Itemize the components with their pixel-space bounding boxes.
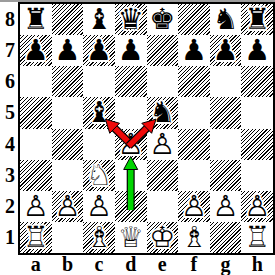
black-rook-a8[interactable]: ♜♜	[20, 4, 52, 35]
square-d8[interactable]: ♛♛	[115, 4, 147, 35]
square-b7[interactable]: ♟♟	[52, 35, 84, 66]
square-a4[interactable]	[20, 129, 52, 160]
square-e4[interactable]: ♟♙	[147, 129, 179, 160]
square-a5[interactable]	[20, 97, 52, 128]
square-d6[interactable]	[115, 66, 147, 97]
piece-glyph: ♕	[115, 222, 147, 253]
black-knight-g8[interactable]: ♞♞	[210, 4, 242, 35]
square-g2[interactable]: ♟♙	[210, 191, 242, 222]
square-c3[interactable]: ♞♘	[83, 160, 115, 191]
white-pawn-a2[interactable]: ♟♙	[20, 191, 52, 222]
square-a3[interactable]	[20, 160, 52, 191]
file-label-h: h	[241, 254, 273, 275]
square-h7[interactable]: ♟♟	[241, 35, 273, 66]
piece-glyph: ♙	[83, 191, 115, 222]
piece-glyph: ♟	[115, 35, 147, 66]
square-g5[interactable]	[210, 97, 242, 128]
square-d4[interactable]: ♟♙	[115, 129, 147, 160]
square-h2[interactable]: ♟♙	[241, 191, 273, 222]
piece-glyph: ♝	[83, 97, 115, 128]
black-queen-d8[interactable]: ♛♛	[115, 4, 147, 35]
white-pawn-h2[interactable]: ♟♙	[241, 191, 273, 222]
piece-glyph: ♜	[241, 4, 273, 35]
square-a6[interactable]	[20, 66, 52, 97]
square-d1[interactable]: ♛♕	[115, 222, 147, 253]
square-h3[interactable]	[241, 160, 273, 191]
piece-glyph: ♗	[178, 222, 210, 253]
black-pawn-b7[interactable]: ♟♟	[52, 35, 84, 66]
file-label-a: a	[20, 254, 52, 275]
white-bishop-c1[interactable]: ♝♗	[83, 222, 115, 253]
white-knight-c3[interactable]: ♞♘	[83, 160, 115, 191]
square-h5[interactable]	[241, 97, 273, 128]
square-a8[interactable]: ♜♜	[20, 4, 52, 35]
rank-label-5: 5	[0, 97, 16, 128]
file-label-b: b	[52, 254, 84, 275]
square-c7[interactable]: ♟♟	[83, 35, 115, 66]
piece-glyph: ♛	[115, 4, 147, 35]
piece-glyph: ♟	[178, 35, 210, 66]
square-e1[interactable]: ♚♔	[147, 222, 179, 253]
piece-glyph: ♞	[147, 97, 179, 128]
rank-label-1: 1	[0, 222, 16, 253]
square-e3[interactable]	[147, 160, 179, 191]
piece-glyph: ♙	[20, 191, 52, 222]
square-c6[interactable]	[83, 66, 115, 97]
piece-glyph: ♟	[83, 35, 115, 66]
square-f7[interactable]: ♟♟	[178, 35, 210, 66]
square-a1[interactable]: ♜♖	[20, 222, 52, 253]
square-b2[interactable]: ♟♙	[52, 191, 84, 222]
file-label-d: d	[115, 254, 147, 275]
piece-glyph: ♞	[210, 4, 242, 35]
square-h1[interactable]: ♜♖	[241, 222, 273, 253]
square-b4[interactable]	[52, 129, 84, 160]
square-h6[interactable]	[241, 66, 273, 97]
square-h4[interactable]	[241, 129, 273, 160]
file-label-g: g	[210, 254, 242, 275]
square-g8[interactable]: ♞♞	[210, 4, 242, 35]
piece-glyph: ♖	[20, 222, 52, 253]
square-c5[interactable]: ♝♝	[83, 97, 115, 128]
square-f6[interactable]	[178, 66, 210, 97]
square-e6[interactable]	[147, 66, 179, 97]
piece-glyph: ♙	[115, 129, 147, 160]
white-rook-h1[interactable]: ♜♖	[241, 222, 273, 253]
rank-label-7: 7	[0, 35, 16, 66]
piece-glyph: ♖	[241, 222, 273, 253]
black-pawn-g7[interactable]: ♟♟	[210, 35, 242, 66]
piece-glyph: ♟	[210, 35, 242, 66]
square-e7[interactable]	[147, 35, 179, 66]
white-bishop-f1[interactable]: ♝♗	[178, 222, 210, 253]
piece-glyph: ♟	[20, 35, 52, 66]
black-bishop-c8[interactable]: ♝♝	[83, 4, 115, 35]
square-f5[interactable]	[178, 97, 210, 128]
square-a7[interactable]: ♟♟	[20, 35, 52, 66]
white-pawn-d4[interactable]: ♟♙	[115, 129, 147, 160]
piece-glyph: ♟	[241, 35, 273, 66]
black-rook-h8[interactable]: ♜♜	[241, 4, 273, 35]
square-b6[interactable]	[52, 66, 84, 97]
square-b3[interactable]	[52, 160, 84, 191]
square-c2[interactable]: ♟♙	[83, 191, 115, 222]
white-king-e1[interactable]: ♚♔	[147, 222, 179, 253]
black-pawn-d7[interactable]: ♟♟	[115, 35, 147, 66]
piece-glyph: ♚	[147, 4, 179, 35]
black-pawn-f7[interactable]: ♟♟	[178, 35, 210, 66]
file-label-f: f	[178, 254, 210, 275]
black-pawn-a7[interactable]: ♟♟	[20, 35, 52, 66]
square-e8[interactable]: ♚♚	[147, 4, 179, 35]
black-bishop-c5[interactable]: ♝♝	[83, 97, 115, 128]
white-pawn-e4[interactable]: ♟♙	[147, 129, 179, 160]
file-label-c: c	[83, 254, 115, 275]
piece-glyph: ♙	[147, 129, 179, 160]
square-d2[interactable]	[115, 191, 147, 222]
rank-label-6: 6	[0, 66, 16, 97]
square-g7[interactable]: ♟♟	[210, 35, 242, 66]
square-e5[interactable]: ♞♞	[147, 97, 179, 128]
square-f2[interactable]: ♟♙	[178, 191, 210, 222]
rank-label-3: 3	[0, 160, 16, 191]
square-g4[interactable]	[210, 129, 242, 160]
square-e2[interactable]	[147, 191, 179, 222]
square-c1[interactable]: ♝♗	[83, 222, 115, 253]
rank-label-8: 8	[0, 4, 16, 35]
square-d7[interactable]: ♟♟	[115, 35, 147, 66]
square-h8[interactable]: ♜♜	[241, 4, 273, 35]
square-g1[interactable]	[210, 222, 242, 253]
file-labels: abcdefgh	[20, 254, 273, 275]
piece-glyph: ♙	[52, 191, 84, 222]
square-g3[interactable]	[210, 160, 242, 191]
square-f8[interactable]	[178, 4, 210, 35]
square-b5[interactable]	[52, 97, 84, 128]
white-pawn-g2[interactable]: ♟♙	[210, 191, 242, 222]
chess-diagram: 87654321 ♜♜♝♝♛♛♚♚♞♞♜♜♟♟♟♟♟♟♟♟♟♟♟♟♟♟♝♝♞♞♟…	[0, 0, 275, 275]
black-king-e8[interactable]: ♚♚	[147, 4, 179, 35]
square-f1[interactable]: ♝♗	[178, 222, 210, 253]
square-g6[interactable]	[210, 66, 242, 97]
white-rook-a1[interactable]: ♜♖	[20, 222, 52, 253]
piece-glyph: ♗	[83, 222, 115, 253]
chess-board: ♜♜♝♝♛♛♚♚♞♞♜♜♟♟♟♟♟♟♟♟♟♟♟♟♟♟♝♝♞♞♟♙♟♙♞♘♟♙♟♙…	[18, 2, 275, 255]
square-c4[interactable]	[83, 129, 115, 160]
black-pawn-h7[interactable]: ♟♟	[241, 35, 273, 66]
square-f4[interactable]	[178, 129, 210, 160]
rank-label-2: 2	[0, 191, 16, 222]
board-grid: ♜♜♝♝♛♛♚♚♞♞♜♜♟♟♟♟♟♟♟♟♟♟♟♟♟♟♝♝♞♞♟♙♟♙♞♘♟♙♟♙…	[20, 4, 273, 253]
square-b8[interactable]	[52, 4, 84, 35]
white-pawn-f2[interactable]: ♟♙	[178, 191, 210, 222]
piece-glyph: ♙	[178, 191, 210, 222]
square-a2[interactable]: ♟♙	[20, 191, 52, 222]
white-pawn-b2[interactable]: ♟♙	[52, 191, 84, 222]
square-d5[interactable]	[115, 97, 147, 128]
piece-glyph: ♝	[83, 4, 115, 35]
black-pawn-c7[interactable]: ♟♟	[83, 35, 115, 66]
rank-labels: 87654321	[0, 4, 16, 253]
square-b1[interactable]	[52, 222, 84, 253]
piece-glyph: ♜	[20, 4, 52, 35]
black-knight-e5[interactable]: ♞♞	[147, 97, 179, 128]
square-f3[interactable]	[178, 160, 210, 191]
white-pawn-c2[interactable]: ♟♙	[83, 191, 115, 222]
file-label-e: e	[147, 254, 179, 275]
piece-glyph: ♙	[241, 191, 273, 222]
square-c8[interactable]: ♝♝	[83, 4, 115, 35]
piece-glyph: ♙	[210, 191, 242, 222]
piece-glyph: ♔	[147, 222, 179, 253]
piece-glyph: ♘	[83, 160, 115, 191]
rank-label-4: 4	[0, 129, 16, 160]
white-queen-d1[interactable]: ♛♕	[115, 222, 147, 253]
piece-glyph: ♟	[52, 35, 84, 66]
square-d3[interactable]	[115, 160, 147, 191]
